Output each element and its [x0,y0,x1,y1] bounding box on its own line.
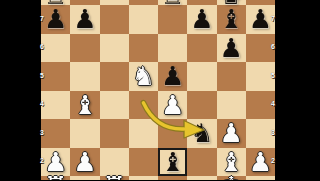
rank-label-right-5: 5 [268,72,275,79]
square-d6 [129,34,158,63]
piece-white-bishop-b4: ♝ [70,91,99,120]
piece-black-pawn-e5: ♟ [158,62,187,91]
square-g4 [217,91,246,120]
square-f2 [187,148,216,177]
square-h1 [246,176,275,180]
square-d4 [129,91,158,120]
square-b3 [70,119,99,148]
square-f4 [187,91,216,120]
rank-label-right-3: 3 [268,129,275,136]
piece-black-pawn-f7: ♟ [187,5,216,34]
piece-black-pawn-b7: ♟ [70,5,99,34]
rank-label-left-4: 4 [40,100,47,107]
rank-label-right-6: 6 [268,43,275,50]
square-c3 [100,119,129,148]
piece-white-pawn-e4: ♟ [158,91,187,120]
piece-black-knight-f3: ♞ [187,119,216,148]
square-c6 [100,34,129,63]
rank-label-left-5: 5 [40,72,47,79]
piece-white-rook-a1: ♜ [41,172,70,181]
piece-black-bishop-g7: ♝ [217,5,246,34]
square-e6 [158,34,187,63]
piece-black-bishop-e2: ♝ [158,148,187,177]
piece-white-king-g1: ♚ [217,172,246,181]
square-b1 [70,176,99,180]
square-f6 [187,34,216,63]
rank-label-left-7: 7 [40,15,47,22]
rank-label-right-7: 7 [268,15,275,22]
rank-label-right-4: 4 [268,100,275,107]
square-e3 [158,119,187,148]
rank-label-right-2: 2 [268,157,275,164]
square-c5 [100,62,129,91]
piece-white-pawn-b2: ♟ [70,148,99,177]
square-c4 [100,91,129,120]
piece-white-knight-d5: ♞ [129,62,158,91]
rank-label-left-2: 2 [40,157,47,164]
square-b6 [70,34,99,63]
square-e1 [158,176,187,180]
square-d7 [129,5,158,34]
piece-white-rook-c1: ♜ [100,172,129,181]
rank-label-left-3: 3 [40,129,47,136]
square-d3 [129,119,158,148]
piece-black-rook-e8: ♜ [158,0,187,9]
rank-label-left-6: 6 [40,43,47,50]
letterbox-bar-left [0,0,41,180]
square-g5 [217,62,246,91]
square-d1 [129,176,158,180]
square-b5 [70,62,99,91]
piece-black-pawn-g6: ♟ [217,34,246,63]
letterbox-bar-right [275,0,320,180]
square-c7 [100,5,129,34]
piece-white-pawn-g3: ♟ [217,119,246,148]
square-f5 [187,62,216,91]
square-d2 [129,148,158,177]
square-f1 [187,176,216,180]
video-frame: ♜♜♚♟♟♟♝♟♟♞♟♝♟♞♟♟♟♝♝♟♜♜♚776655443322 [0,0,320,180]
